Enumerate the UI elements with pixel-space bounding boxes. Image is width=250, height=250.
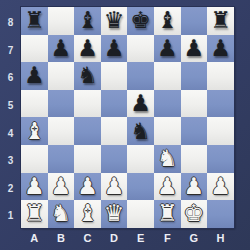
square-c4[interactable]	[74, 117, 101, 145]
file-label-c: C	[74, 227, 101, 249]
rank-label-2: 2	[0, 173, 21, 201]
white-knight[interactable]: ♞	[157, 145, 178, 172]
square-f7[interactable]: ♟	[154, 35, 181, 63]
chess-board: ♜♝♛♚♝♜♟♟♟♟♟♟♟♞♟♝♞♞♟♟♟♟♟♟♟♜♞♝♛♜♚	[21, 7, 234, 228]
file-label-f: F	[154, 227, 181, 249]
square-a2[interactable]: ♟	[21, 173, 48, 201]
square-g2[interactable]: ♟	[181, 173, 208, 201]
white-pawn[interactable]: ♟	[210, 173, 231, 200]
square-g3[interactable]	[181, 145, 208, 173]
black-pawn[interactable]: ♟	[77, 35, 98, 62]
white-pawn[interactable]: ♟	[184, 173, 205, 200]
file-label-g: G	[181, 227, 208, 249]
square-f6[interactable]	[154, 62, 181, 90]
rank-label-7: 7	[0, 35, 21, 63]
square-f2[interactable]: ♟	[154, 173, 181, 201]
black-knight[interactable]: ♞	[77, 62, 98, 89]
square-e2[interactable]	[127, 173, 154, 201]
square-f5[interactable]	[154, 90, 181, 118]
black-pawn[interactable]: ♟	[51, 35, 72, 62]
black-knight[interactable]: ♞	[130, 118, 151, 145]
black-queen[interactable]: ♛	[104, 7, 125, 34]
chessboard-panel: 87654321 ♜♝♛♚♝♜♟♟♟♟♟♟♟♞♟♝♞♞♟♟♟♟♟♟♟♜♞♝♛♜♚…	[0, 0, 250, 250]
white-pawn[interactable]: ♟	[24, 173, 45, 200]
square-e3[interactable]	[127, 145, 154, 173]
square-g8[interactable]	[181, 7, 208, 35]
square-f1[interactable]: ♜	[154, 200, 181, 228]
file-label-h: H	[207, 227, 234, 249]
white-bishop[interactable]: ♝	[77, 200, 98, 227]
square-c5[interactable]	[74, 90, 101, 118]
square-a1[interactable]: ♜	[21, 200, 48, 228]
rank-label-6: 6	[0, 62, 21, 90]
square-c8[interactable]: ♝	[74, 7, 101, 35]
square-h5[interactable]	[207, 90, 234, 118]
square-a4[interactable]: ♝	[21, 117, 48, 145]
square-g5[interactable]	[181, 90, 208, 118]
square-b1[interactable]: ♞	[48, 200, 75, 228]
square-d3[interactable]	[101, 145, 128, 173]
square-d2[interactable]: ♟	[101, 173, 128, 201]
black-pawn[interactable]: ♟	[184, 35, 205, 62]
rank-label-3: 3	[0, 145, 21, 173]
black-rook[interactable]: ♜	[210, 7, 231, 34]
square-h3[interactable]	[207, 145, 234, 173]
white-knight[interactable]: ♞	[51, 200, 72, 227]
square-g6[interactable]	[181, 62, 208, 90]
black-pawn[interactable]: ♟	[24, 62, 45, 89]
square-e6[interactable]	[127, 62, 154, 90]
square-c7[interactable]: ♟	[74, 35, 101, 63]
black-pawn[interactable]: ♟	[104, 35, 125, 62]
square-h6[interactable]	[207, 62, 234, 90]
square-c2[interactable]: ♟	[74, 173, 101, 201]
square-c6[interactable]: ♞	[74, 62, 101, 90]
square-b7[interactable]: ♟	[48, 35, 75, 63]
rank-labels: 87654321	[0, 7, 21, 228]
square-d1[interactable]: ♛	[101, 200, 128, 228]
rank-label-5: 5	[0, 90, 21, 118]
square-d5[interactable]	[101, 90, 128, 118]
rank-label-1: 1	[0, 200, 21, 228]
file-labels: ABCDEFGH	[21, 227, 234, 249]
black-bishop[interactable]: ♝	[157, 7, 178, 34]
square-c1[interactable]: ♝	[74, 200, 101, 228]
square-f8[interactable]: ♝	[154, 7, 181, 35]
square-d6[interactable]	[101, 62, 128, 90]
square-h7[interactable]: ♟	[207, 35, 234, 63]
square-b2[interactable]: ♟	[48, 173, 75, 201]
square-d7[interactable]: ♟	[101, 35, 128, 63]
black-pawn[interactable]: ♟	[157, 35, 178, 62]
square-h2[interactable]: ♟	[207, 173, 234, 201]
square-h4[interactable]	[207, 117, 234, 145]
black-rook[interactable]: ♜	[24, 7, 45, 34]
black-bishop[interactable]: ♝	[77, 7, 98, 34]
square-e7[interactable]	[127, 35, 154, 63]
square-h1[interactable]	[207, 200, 234, 228]
white-pawn[interactable]: ♟	[51, 173, 72, 200]
square-g4[interactable]	[181, 117, 208, 145]
white-queen[interactable]: ♛	[104, 200, 125, 227]
white-bishop[interactable]: ♝	[24, 118, 45, 145]
file-label-d: D	[101, 227, 128, 249]
white-pawn[interactable]: ♟	[157, 173, 178, 200]
square-a7[interactable]	[21, 35, 48, 63]
square-d8[interactable]: ♛	[101, 7, 128, 35]
black-pawn[interactable]: ♟	[210, 35, 231, 62]
square-a3[interactable]	[21, 145, 48, 173]
square-e1[interactable]	[127, 200, 154, 228]
square-g7[interactable]: ♟	[181, 35, 208, 63]
square-a6[interactable]: ♟	[21, 62, 48, 90]
square-g1[interactable]: ♚	[181, 200, 208, 228]
square-c3[interactable]	[74, 145, 101, 173]
square-b4[interactable]	[48, 117, 75, 145]
black-pawn[interactable]: ♟	[130, 90, 151, 117]
file-label-b: B	[48, 227, 75, 249]
square-d4[interactable]	[101, 117, 128, 145]
square-b6[interactable]	[48, 62, 75, 90]
square-a5[interactable]	[21, 90, 48, 118]
file-label-e: E	[127, 227, 154, 249]
square-f4[interactable]	[154, 117, 181, 145]
rank-label-8: 8	[0, 7, 21, 35]
square-h8[interactable]: ♜	[207, 7, 234, 35]
black-king[interactable]: ♚	[130, 7, 151, 34]
square-b8[interactable]	[48, 7, 75, 35]
white-pawn[interactable]: ♟	[104, 173, 125, 200]
rank-label-4: 4	[0, 117, 21, 145]
white-pawn[interactable]: ♟	[77, 173, 98, 200]
square-b3[interactable]	[48, 145, 75, 173]
square-b5[interactable]	[48, 90, 75, 118]
white-rook[interactable]: ♜	[157, 200, 178, 227]
square-f3[interactable]: ♞	[154, 145, 181, 173]
square-e8[interactable]: ♚	[127, 7, 154, 35]
square-e5[interactable]: ♟	[127, 90, 154, 118]
square-e4[interactable]: ♞	[127, 117, 154, 145]
file-label-a: A	[21, 227, 48, 249]
square-a8[interactable]: ♜	[21, 7, 48, 35]
white-king[interactable]: ♚	[184, 200, 205, 227]
white-rook[interactable]: ♜	[24, 200, 45, 227]
